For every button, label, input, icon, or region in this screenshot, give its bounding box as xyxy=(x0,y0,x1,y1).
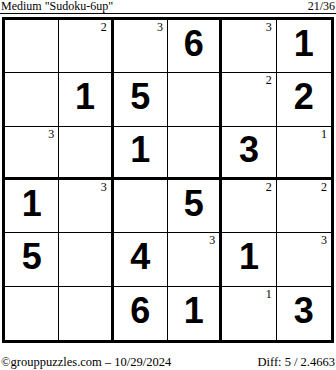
cell-r5c4[interactable]: 3 xyxy=(168,233,222,286)
given-digit: 1 xyxy=(184,293,204,329)
cell-r6c6[interactable]: 3 xyxy=(277,287,331,340)
given-digit: 1 xyxy=(75,79,95,115)
pencil-mark: 3 xyxy=(209,234,215,246)
pencil-mark: 2 xyxy=(266,181,272,193)
difficulty-label: Diff: 5 / 2.4663 xyxy=(257,355,336,369)
given-digit: 3 xyxy=(239,132,259,168)
pencil-mark: 3 xyxy=(48,128,54,140)
cell-r2c6[interactable]: 2 xyxy=(277,73,331,126)
given-digit: 6 xyxy=(184,26,204,62)
pencil-mark: 1 xyxy=(266,288,272,300)
cell-r3c1[interactable]: 3 xyxy=(5,127,59,180)
cell-r2c1[interactable] xyxy=(5,73,59,126)
given-digit: 1 xyxy=(22,186,42,222)
footer: ©grouppuzzles.com – 10/29/2024 Diff: 5 /… xyxy=(0,355,336,369)
pencil-mark: 3 xyxy=(321,234,327,246)
given-digit: 1 xyxy=(130,132,150,168)
cell-r5c2[interactable] xyxy=(59,233,113,286)
cell-r5c6[interactable]: 3 xyxy=(277,233,331,286)
pencil-mark: 3 xyxy=(266,21,272,33)
cell-r1c3[interactable]: 3 xyxy=(114,20,168,73)
cell-r6c2[interactable] xyxy=(59,287,113,340)
given-digit: 1 xyxy=(239,239,259,275)
given-digit: 1 xyxy=(294,26,314,62)
cell-r3c6[interactable]: 1 xyxy=(277,127,331,180)
header: Medium "Sudoku-6up" 21/36 xyxy=(0,0,336,14)
puzzle-title: Medium "Sudoku-6up" xyxy=(0,0,113,12)
pencil-mark: 1 xyxy=(321,128,327,140)
progress-counter: 21/36 xyxy=(308,0,336,12)
cell-r3c2[interactable] xyxy=(59,127,113,180)
cell-r3c3[interactable]: 1 xyxy=(114,127,168,180)
cell-r4c4[interactable]: 5 xyxy=(168,180,222,233)
pencil-mark: 2 xyxy=(266,74,272,86)
cell-r2c3[interactable]: 5 xyxy=(114,73,168,126)
sudoku-board: 236311522313113522543136113 xyxy=(2,17,334,343)
cell-r1c6[interactable]: 1 xyxy=(277,20,331,73)
cell-r1c2[interactable]: 2 xyxy=(59,20,113,73)
cell-r4c3[interactable] xyxy=(114,180,168,233)
pencil-mark: 2 xyxy=(321,181,327,193)
given-digit: 2 xyxy=(294,79,314,115)
cell-r6c5[interactable]: 1 xyxy=(222,287,276,340)
cell-r4c6[interactable]: 2 xyxy=(277,180,331,233)
given-digit: 6 xyxy=(130,293,150,329)
cell-r1c5[interactable]: 3 xyxy=(222,20,276,73)
cell-r1c1[interactable] xyxy=(5,20,59,73)
cell-r3c5[interactable]: 3 xyxy=(222,127,276,180)
cell-r4c5[interactable]: 2 xyxy=(222,180,276,233)
pencil-mark: 2 xyxy=(101,21,107,33)
cell-r5c1[interactable]: 5 xyxy=(5,233,59,286)
given-digit: 5 xyxy=(130,79,150,115)
given-digit: 5 xyxy=(184,186,204,222)
cell-r4c1[interactable]: 1 xyxy=(5,180,59,233)
cell-r5c5[interactable]: 1 xyxy=(222,233,276,286)
cell-r2c2[interactable]: 1 xyxy=(59,73,113,126)
cell-r2c5[interactable]: 2 xyxy=(222,73,276,126)
cell-r6c4[interactable]: 1 xyxy=(168,287,222,340)
cell-r5c3[interactable]: 4 xyxy=(114,233,168,286)
cell-r3c4[interactable] xyxy=(168,127,222,180)
given-digit: 5 xyxy=(22,239,42,275)
given-digit: 3 xyxy=(294,293,314,329)
cell-r6c1[interactable] xyxy=(5,287,59,340)
cell-r6c3[interactable]: 6 xyxy=(114,287,168,340)
cell-r4c2[interactable]: 3 xyxy=(59,180,113,233)
puzzle-page: Medium "Sudoku-6up" 21/36 23631152231311… xyxy=(0,0,336,370)
pencil-mark: 3 xyxy=(157,21,163,33)
given-digit: 4 xyxy=(130,239,150,275)
cell-r1c4[interactable]: 6 xyxy=(168,20,222,73)
cell-r2c4[interactable] xyxy=(168,73,222,126)
copyright-date: ©grouppuzzles.com – 10/29/2024 xyxy=(0,355,171,369)
pencil-mark: 3 xyxy=(101,181,107,193)
